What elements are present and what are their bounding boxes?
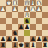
square-e8[interactable]: ♚ bbox=[18, 42, 24, 48]
white-king-g1[interactable]: ♚ bbox=[6, 0, 11, 6]
square-f2[interactable]: ♟ bbox=[12, 6, 18, 12]
square-d8[interactable]: ♛ bbox=[24, 42, 30, 48]
chess-board: ♚♜♛♝♞♟♟♟♟♟♝♞♟♟♞♟♟♟♟♟♟♜♝♚♛♝♜ bbox=[0, 0, 48, 48]
square-d5[interactable]: ♟ bbox=[24, 24, 30, 30]
white-pawn-f2[interactable]: ♟ bbox=[12, 6, 17, 12]
black-queen-d8[interactable]: ♛ bbox=[24, 42, 29, 48]
square-f8[interactable]: ♝ bbox=[12, 42, 18, 48]
black-pawn-d5[interactable]: ♟ bbox=[24, 24, 29, 30]
square-b2[interactable]: ♟ bbox=[36, 6, 42, 12]
black-bishop-c8[interactable]: ♝ bbox=[30, 42, 35, 48]
black-pawn-g7[interactable]: ♟ bbox=[6, 36, 11, 42]
square-g1[interactable]: ♚ bbox=[6, 0, 12, 6]
black-rook-a8[interactable]: ♜ bbox=[42, 42, 47, 48]
white-pawn-h2[interactable]: ♟ bbox=[0, 6, 5, 12]
square-e5[interactable]: ♟ bbox=[18, 24, 24, 30]
black-pawn-e5[interactable]: ♟ bbox=[18, 24, 23, 30]
white-pawn-c2[interactable]: ♟ bbox=[30, 6, 35, 12]
square-h8[interactable]: ♜ bbox=[0, 42, 6, 48]
white-pawn-b2[interactable]: ♟ bbox=[36, 6, 41, 12]
square-g7[interactable]: ♟ bbox=[6, 36, 12, 42]
square-h2[interactable]: ♟ bbox=[0, 6, 6, 12]
square-c8[interactable]: ♝ bbox=[30, 42, 36, 48]
black-pawn-b7[interactable]: ♟ bbox=[36, 36, 41, 42]
square-a8[interactable]: ♜ bbox=[42, 42, 48, 48]
square-b7[interactable]: ♟ bbox=[36, 36, 42, 42]
square-c2[interactable]: ♟ bbox=[30, 6, 36, 12]
black-king-e8[interactable]: ♚ bbox=[18, 42, 23, 48]
black-bishop-f8[interactable]: ♝ bbox=[12, 42, 17, 48]
black-rook-h8[interactable]: ♜ bbox=[0, 42, 5, 48]
